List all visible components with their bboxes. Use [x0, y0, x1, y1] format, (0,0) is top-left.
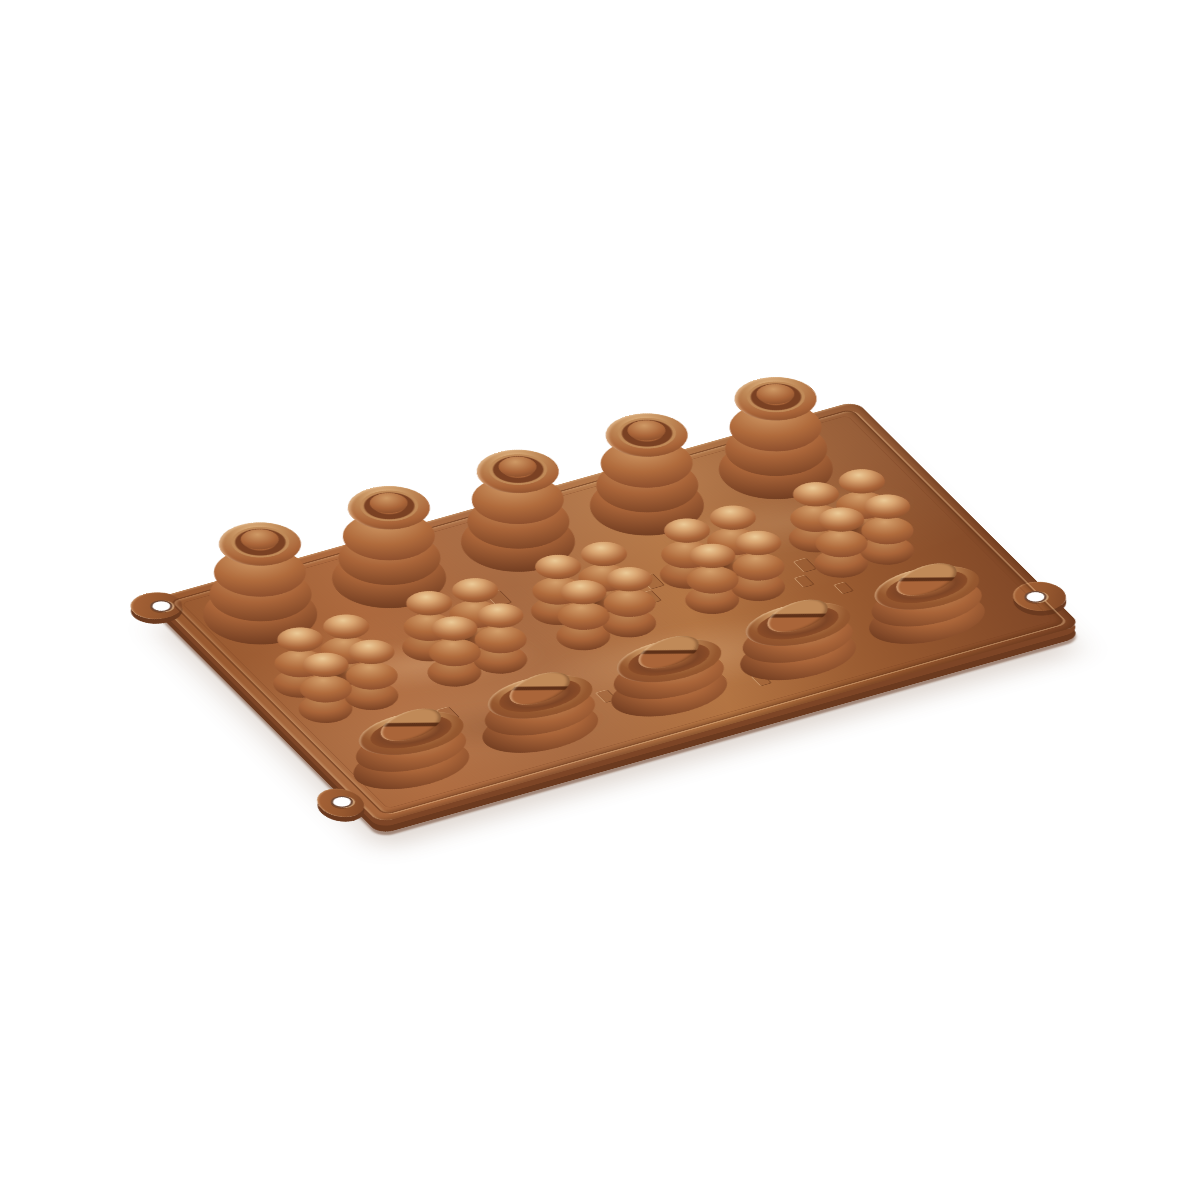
- round-groove: [221, 521, 299, 563]
- round-groove: [479, 449, 557, 491]
- product-photo: [0, 0, 1200, 1200]
- round-ccenter: [492, 453, 543, 480]
- round-groove: [608, 412, 686, 454]
- round-ccenter: [363, 489, 414, 516]
- round-ccenter: [234, 526, 285, 553]
- chocolate-mold-tray: [154, 401, 1081, 823]
- round-groove: [737, 376, 815, 418]
- hanging-hole: [327, 794, 357, 810]
- round-ccenter: [621, 417, 672, 444]
- tray-rim-groove: [169, 409, 1067, 816]
- round-groove: [350, 485, 428, 527]
- round-ccenter: [750, 380, 801, 407]
